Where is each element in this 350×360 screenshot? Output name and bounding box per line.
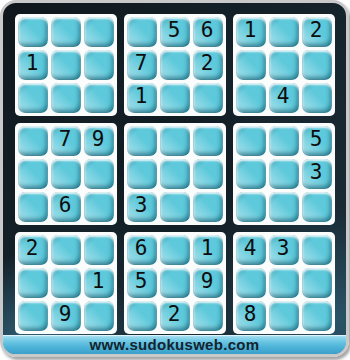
cell-r5c5[interactable] bbox=[160, 159, 190, 189]
cell-r4c4[interactable] bbox=[127, 126, 157, 156]
cell-r9c1[interactable] bbox=[18, 301, 48, 331]
box-3-1: 219 bbox=[15, 232, 117, 334]
cell-r6c6[interactable] bbox=[193, 192, 223, 222]
given-digit: 2 bbox=[310, 20, 323, 41]
cell-r6c5[interactable] bbox=[160, 192, 190, 222]
cell-r7c4[interactable]: 6 bbox=[127, 235, 157, 265]
cell-r4c8[interactable] bbox=[269, 126, 299, 156]
cell-r7c6[interactable]: 1 bbox=[193, 235, 223, 265]
cell-r3c2[interactable] bbox=[51, 83, 81, 113]
cell-r1c1[interactable] bbox=[18, 17, 48, 47]
cell-r4c6[interactable] bbox=[193, 126, 223, 156]
cell-r3c9[interactable] bbox=[302, 83, 332, 113]
given-digit: 4 bbox=[244, 238, 257, 259]
cell-r5c8[interactable] bbox=[269, 159, 299, 189]
cell-r9c9[interactable] bbox=[302, 301, 332, 331]
given-digit: 5 bbox=[310, 129, 323, 150]
sudoku-board-frame: 15672112479635321961592438 www.sudokuswe… bbox=[0, 0, 349, 357]
footer-band: www.sudokusweb.com bbox=[3, 335, 346, 354]
cell-r3c8[interactable]: 4 bbox=[269, 83, 299, 113]
cell-r4c9[interactable]: 5 bbox=[302, 126, 332, 156]
cell-r5c9[interactable]: 3 bbox=[302, 159, 332, 189]
cell-r9c8[interactable] bbox=[269, 301, 299, 331]
given-digit: 9 bbox=[92, 129, 105, 150]
cell-r3c5[interactable] bbox=[160, 83, 190, 113]
cell-r7c5[interactable] bbox=[160, 235, 190, 265]
cell-r1c6[interactable]: 6 bbox=[193, 17, 223, 47]
cell-r8c8[interactable] bbox=[269, 268, 299, 298]
cell-r2c9[interactable] bbox=[302, 50, 332, 80]
cell-r9c4[interactable] bbox=[127, 301, 157, 331]
cell-r9c2[interactable]: 9 bbox=[51, 301, 81, 331]
cell-r9c7[interactable]: 8 bbox=[236, 301, 266, 331]
box-2-3: 53 bbox=[233, 123, 335, 225]
cell-r7c8[interactable]: 3 bbox=[269, 235, 299, 265]
cell-r5c7[interactable] bbox=[236, 159, 266, 189]
cell-r7c3[interactable] bbox=[84, 235, 114, 265]
cell-r1c9[interactable]: 2 bbox=[302, 17, 332, 47]
cell-r5c6[interactable] bbox=[193, 159, 223, 189]
cell-r6c8[interactable] bbox=[269, 192, 299, 222]
given-digit: 3 bbox=[310, 162, 323, 183]
box-1-3: 124 bbox=[233, 14, 335, 116]
cell-r3c6[interactable] bbox=[193, 83, 223, 113]
cell-r3c1[interactable] bbox=[18, 83, 48, 113]
cell-r1c5[interactable]: 5 bbox=[160, 17, 190, 47]
cell-r9c5[interactable]: 2 bbox=[160, 301, 190, 331]
given-digit: 3 bbox=[277, 238, 290, 259]
sudoku-board: 15672112479635321961592438 bbox=[3, 3, 346, 334]
given-digit: 2 bbox=[168, 304, 181, 325]
cell-r8c3[interactable]: 1 bbox=[84, 268, 114, 298]
cell-r8c5[interactable] bbox=[160, 268, 190, 298]
cell-r5c2[interactable] bbox=[51, 159, 81, 189]
cell-r2c5[interactable] bbox=[160, 50, 190, 80]
cell-r6c4[interactable]: 3 bbox=[127, 192, 157, 222]
cell-r8c1[interactable] bbox=[18, 268, 48, 298]
cell-r1c7[interactable]: 1 bbox=[236, 17, 266, 47]
given-digit: 1 bbox=[135, 86, 148, 107]
given-digit: 1 bbox=[201, 238, 214, 259]
cell-r6c1[interactable] bbox=[18, 192, 48, 222]
box-2-1: 796 bbox=[15, 123, 117, 225]
cell-r8c6[interactable]: 9 bbox=[193, 268, 223, 298]
given-digit: 1 bbox=[92, 271, 105, 292]
cell-r7c1[interactable]: 2 bbox=[18, 235, 48, 265]
box-1-1: 1 bbox=[15, 14, 117, 116]
cell-r4c5[interactable] bbox=[160, 126, 190, 156]
cell-r5c1[interactable] bbox=[18, 159, 48, 189]
cell-r8c2[interactable] bbox=[51, 268, 81, 298]
given-digit: 7 bbox=[59, 129, 72, 150]
cell-r9c6[interactable] bbox=[193, 301, 223, 331]
cell-r2c4[interactable]: 7 bbox=[127, 50, 157, 80]
given-digit: 6 bbox=[135, 238, 148, 259]
cell-r1c4[interactable] bbox=[127, 17, 157, 47]
cell-r4c7[interactable] bbox=[236, 126, 266, 156]
cell-r6c3[interactable] bbox=[84, 192, 114, 222]
given-digit: 7 bbox=[135, 53, 148, 74]
cell-r1c2[interactable] bbox=[51, 17, 81, 47]
cell-r2c8[interactable] bbox=[269, 50, 299, 80]
given-digit: 2 bbox=[26, 238, 39, 259]
given-digit: 6 bbox=[201, 20, 214, 41]
cell-r7c9[interactable] bbox=[302, 235, 332, 265]
box-2-2: 3 bbox=[124, 123, 226, 225]
given-digit: 8 bbox=[244, 304, 257, 325]
given-digit: 1 bbox=[244, 20, 257, 41]
cell-r5c4[interactable] bbox=[127, 159, 157, 189]
cell-r3c3[interactable] bbox=[84, 83, 114, 113]
given-digit: 5 bbox=[168, 20, 181, 41]
given-digit: 6 bbox=[59, 195, 72, 216]
cell-r8c7[interactable] bbox=[236, 268, 266, 298]
cell-r5c3[interactable] bbox=[84, 159, 114, 189]
cell-r1c3[interactable] bbox=[84, 17, 114, 47]
cell-r2c1[interactable]: 1 bbox=[18, 50, 48, 80]
given-digit: 9 bbox=[201, 271, 214, 292]
cell-r2c7[interactable] bbox=[236, 50, 266, 80]
website-url[interactable]: www.sudokusweb.com bbox=[90, 337, 260, 352]
cell-r4c3[interactable]: 9 bbox=[84, 126, 114, 156]
cell-r6c2[interactable]: 6 bbox=[51, 192, 81, 222]
cell-r4c1[interactable] bbox=[18, 126, 48, 156]
given-digit: 2 bbox=[201, 53, 214, 74]
cell-r7c7[interactable]: 4 bbox=[236, 235, 266, 265]
cell-r9c3[interactable] bbox=[84, 301, 114, 331]
cell-r8c9[interactable] bbox=[302, 268, 332, 298]
cell-r3c4[interactable]: 1 bbox=[127, 83, 157, 113]
given-digit: 3 bbox=[135, 195, 148, 216]
given-digit: 4 bbox=[277, 86, 290, 107]
cell-r2c3[interactable] bbox=[84, 50, 114, 80]
cell-r1c8[interactable] bbox=[269, 17, 299, 47]
cell-r7c2[interactable] bbox=[51, 235, 81, 265]
box-1-2: 56721 bbox=[124, 14, 226, 116]
given-digit: 5 bbox=[135, 271, 148, 292]
cell-r3c7[interactable] bbox=[236, 83, 266, 113]
cell-r2c2[interactable] bbox=[51, 50, 81, 80]
box-3-3: 438 bbox=[233, 232, 335, 334]
cell-r8c4[interactable]: 5 bbox=[127, 268, 157, 298]
cell-r6c9[interactable] bbox=[302, 192, 332, 222]
cell-r4c2[interactable]: 7 bbox=[51, 126, 81, 156]
given-digit: 9 bbox=[59, 304, 72, 325]
given-digit: 1 bbox=[26, 53, 39, 74]
cell-r2c6[interactable]: 2 bbox=[193, 50, 223, 80]
cell-r6c7[interactable] bbox=[236, 192, 266, 222]
box-3-2: 61592 bbox=[124, 232, 226, 334]
